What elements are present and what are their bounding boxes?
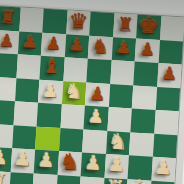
- square-e7[interactable]: ♞: [88, 35, 113, 60]
- square-b3[interactable]: [12, 125, 37, 150]
- square-g4[interactable]: [130, 108, 155, 133]
- square-a1[interactable]: ♜: [0, 170, 10, 184]
- square-b4[interactable]: [13, 101, 38, 126]
- piece-white-rook-f1[interactable]: ♜: [103, 176, 128, 184]
- piece-white-knight-d5[interactable]: ♞: [62, 79, 87, 104]
- piece-black-pawn-b7[interactable]: ♟: [17, 29, 42, 54]
- piece-white-pawn-b2[interactable]: ♟: [10, 147, 35, 172]
- square-e5[interactable]: ♟: [85, 82, 110, 107]
- square-d4[interactable]: [60, 104, 85, 129]
- piece-black-bishop-c6[interactable]: ♝: [40, 54, 65, 79]
- piece-white-king-g1[interactable]: ♚: [126, 177, 151, 184]
- square-b5[interactable]: [15, 78, 40, 103]
- piece-black-knight-e7[interactable]: ♞: [88, 34, 113, 59]
- piece-black-pawn-a7[interactable]: ♟: [0, 28, 19, 53]
- piece-black-pawn-g7[interactable]: ♟: [135, 37, 160, 62]
- square-f6[interactable]: [110, 60, 135, 85]
- chess-board[interactable]: ♜♛♜♚♟♟♟♟♞♟♟♝♟♟♞♟♟♞♟♟♟♞♟♟♟♜♜♚: [0, 6, 184, 184]
- piece-white-pawn-c5[interactable]: ♟: [38, 78, 63, 103]
- piece-white-knight-f3[interactable]: ♞: [106, 129, 131, 154]
- board-frame: ♜♛♜♚♟♟♟♟♞♟♟♝♟♟♞♟♟♞♟♟♟♞♟♟♟♜♜♚: [0, 3, 184, 184]
- square-d7[interactable]: ♟: [64, 34, 89, 59]
- square-h4[interactable]: [154, 110, 179, 135]
- piece-black-knight-d2[interactable]: ♞: [57, 150, 82, 175]
- square-h2[interactable]: ♟: [151, 157, 176, 182]
- square-g1[interactable]: ♚: [126, 179, 151, 184]
- piece-white-pawn-e2[interactable]: ♟: [81, 151, 106, 176]
- square-a6[interactable]: [0, 53, 17, 78]
- square-g8[interactable]: ♚: [136, 15, 161, 40]
- square-b6[interactable]: [16, 54, 41, 79]
- square-c4[interactable]: [37, 103, 62, 128]
- square-c6[interactable]: ♝: [39, 56, 64, 81]
- square-d8[interactable]: ♛: [66, 10, 91, 35]
- chess-app-screenshot: ♜♛♜♚♟♟♟♟♞♟♟♝♟♟♞♟♟♞♟♟♟♞♟♟♟♜♜♚: [0, 0, 184, 184]
- piece-black-rook-a8[interactable]: ♜: [0, 4, 20, 29]
- square-f3[interactable]: ♞: [105, 130, 130, 155]
- square-g3[interactable]: [129, 132, 154, 157]
- square-e8[interactable]: [89, 12, 114, 37]
- piece-black-pawn-e5[interactable]: ♟: [85, 81, 110, 106]
- piece-white-pawn-c2[interactable]: ♟: [34, 148, 59, 173]
- piece-black-king-g8[interactable]: ♚: [136, 13, 161, 38]
- piece-black-pawn-h6[interactable]: ♟: [157, 61, 182, 86]
- square-c8[interactable]: [42, 9, 67, 34]
- square-h3[interactable]: [152, 133, 177, 158]
- square-g7[interactable]: ♟: [135, 38, 160, 63]
- square-a5[interactable]: [0, 76, 16, 101]
- square-h6[interactable]: ♟: [157, 63, 182, 88]
- square-h1[interactable]: [150, 180, 175, 184]
- square-h7[interactable]: [158, 39, 183, 64]
- square-f5[interactable]: [108, 84, 133, 109]
- square-f8[interactable]: ♜: [113, 13, 138, 38]
- piece-black-pawn-c7[interactable]: ♟: [41, 31, 66, 56]
- square-h8[interactable]: [160, 16, 184, 41]
- square-a7[interactable]: ♟: [0, 29, 19, 54]
- piece-white-pawn-e4[interactable]: ♟: [84, 104, 109, 129]
- piece-black-pawn-f7[interactable]: ♟: [111, 35, 136, 60]
- piece-black-rook-f8[interactable]: ♜: [113, 12, 138, 37]
- square-e1[interactable]: [79, 176, 104, 184]
- square-b7[interactable]: ♟: [17, 31, 42, 56]
- piece-white-pawn-h2[interactable]: ♟: [151, 155, 176, 180]
- square-g6[interactable]: [133, 62, 158, 87]
- square-a8[interactable]: ♜: [0, 6, 20, 31]
- square-c1[interactable]: [32, 173, 57, 184]
- square-b8[interactable]: [19, 7, 44, 32]
- square-c3[interactable]: [35, 126, 60, 151]
- square-e3[interactable]: [82, 129, 107, 154]
- square-f1[interactable]: ♜: [103, 177, 128, 184]
- square-b1[interactable]: [9, 172, 34, 184]
- piece-black-pawn-d7[interactable]: ♟: [64, 32, 89, 57]
- piece-black-queen-d8[interactable]: ♛: [66, 9, 91, 34]
- square-c2[interactable]: ♟: [34, 150, 59, 175]
- square-h5[interactable]: [155, 86, 180, 111]
- square-d5[interactable]: ♞: [61, 81, 86, 106]
- square-c5[interactable]: ♟: [38, 79, 63, 104]
- square-b2[interactable]: ♟: [10, 148, 35, 173]
- square-e2[interactable]: ♟: [81, 152, 106, 177]
- square-f7[interactable]: ♟: [111, 37, 136, 62]
- square-g5[interactable]: [132, 85, 157, 110]
- piece-white-pawn-f2[interactable]: ♟: [104, 152, 129, 177]
- square-e6[interactable]: [86, 59, 111, 84]
- square-d1[interactable]: [56, 174, 81, 184]
- square-e4[interactable]: ♟: [83, 106, 108, 131]
- square-d2[interactable]: ♞: [57, 151, 82, 176]
- piece-white-rook-a1[interactable]: ♜: [0, 169, 10, 184]
